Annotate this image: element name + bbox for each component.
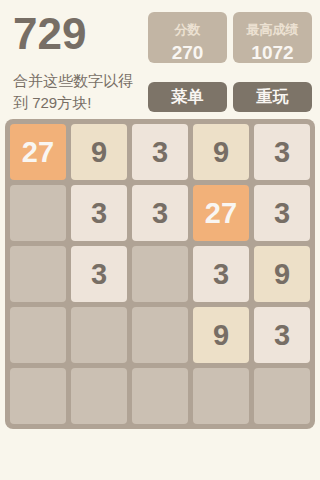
empty-cell	[10, 307, 66, 363]
game-subtitle: 合并这些数字以得 到 729方块!	[13, 70, 163, 114]
best-score-label: 最高成绩	[233, 21, 312, 39]
tile-3: 3	[254, 185, 310, 241]
subtitle-line-1: 合并这些数字以得	[13, 72, 133, 89]
tile-3: 3	[254, 307, 310, 363]
tile-9: 9	[71, 124, 127, 180]
tile-27: 27	[193, 185, 249, 241]
empty-cell	[132, 307, 188, 363]
empty-cell	[254, 368, 310, 424]
best-score-value: 1072	[233, 42, 312, 64]
tile-9: 9	[193, 124, 249, 180]
menu-button[interactable]: 菜单	[148, 82, 227, 112]
empty-cell	[71, 307, 127, 363]
score-value: 270	[148, 42, 227, 64]
page-title: 729	[13, 10, 86, 58]
tile-3: 3	[132, 185, 188, 241]
best-score-box: 最高成绩 1072	[233, 12, 312, 63]
empty-cell	[132, 368, 188, 424]
empty-cell	[71, 368, 127, 424]
subtitle-line-2: 到 729方块!	[13, 94, 91, 111]
tile-3: 3	[71, 185, 127, 241]
empty-cell	[10, 246, 66, 302]
empty-cell	[10, 368, 66, 424]
tile-3: 3	[71, 246, 127, 302]
empty-cell	[10, 185, 66, 241]
tile-3: 3	[254, 124, 310, 180]
retry-button[interactable]: 重玩	[233, 82, 312, 112]
score-box: 分数 270	[148, 12, 227, 63]
tile-3: 3	[193, 246, 249, 302]
empty-cell	[193, 368, 249, 424]
tile-9: 9	[254, 246, 310, 302]
empty-cell	[132, 246, 188, 302]
board[interactable]: 2793933327333993	[5, 119, 315, 429]
tile-27: 27	[10, 124, 66, 180]
score-label: 分数	[148, 21, 227, 39]
tile-3: 3	[132, 124, 188, 180]
tile-9: 9	[193, 307, 249, 363]
